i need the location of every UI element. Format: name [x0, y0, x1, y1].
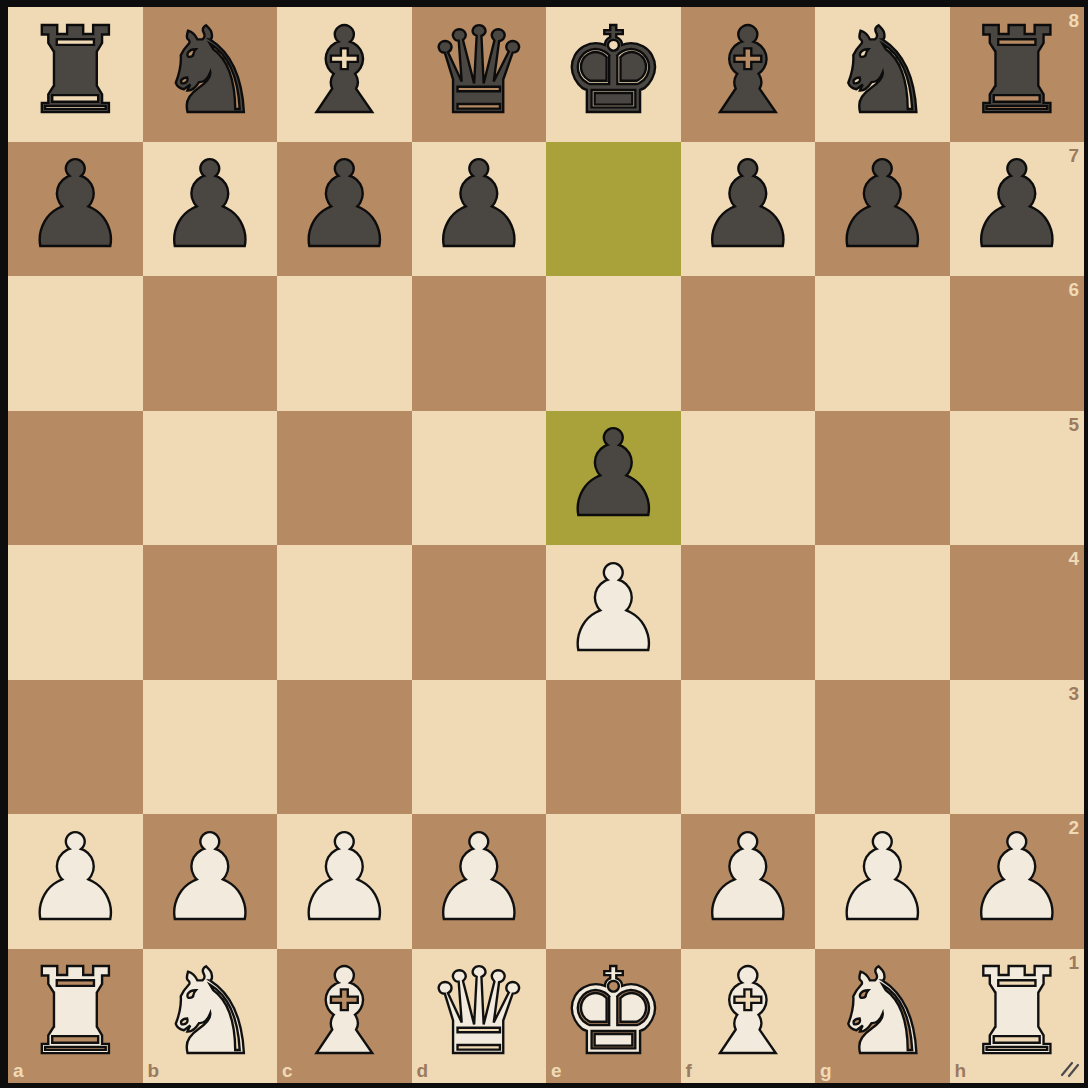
coord-file-f: f — [686, 1061, 692, 1080]
square-b1[interactable]: ♞b — [143, 949, 278, 1084]
square-g3[interactable] — [815, 680, 950, 815]
square-b7[interactable]: ♟ — [143, 142, 278, 277]
coord-file-e: e — [551, 1061, 562, 1080]
piece-black-pawn[interactable]: ♟ — [291, 146, 398, 265]
square-f6[interactable] — [681, 276, 816, 411]
board-frame: ♜♞♝♛♚♝♞♜8♟♟♟♟♟♟♟76♟5♟43♟♟♟♟♟♟♟2♜a♞b♝c♛d♚… — [0, 0, 1088, 1088]
piece-white-pawn[interactable]: ♟ — [291, 819, 398, 938]
chess-board: ♜♞♝♛♚♝♞♜8♟♟♟♟♟♟♟76♟5♟43♟♟♟♟♟♟♟2♜a♞b♝c♛d♚… — [8, 7, 1084, 1083]
piece-white-pawn[interactable]: ♟ — [963, 819, 1070, 938]
square-b5[interactable] — [143, 411, 278, 546]
coord-rank-5: 5 — [1068, 415, 1079, 434]
coord-rank-8: 8 — [1068, 11, 1079, 30]
square-g2[interactable]: ♟ — [815, 814, 950, 949]
piece-white-pawn[interactable]: ♟ — [425, 819, 532, 938]
square-d6[interactable] — [412, 276, 547, 411]
piece-black-pawn[interactable]: ♟ — [156, 146, 263, 265]
square-d3[interactable] — [412, 680, 547, 815]
coord-file-h: h — [955, 1061, 967, 1080]
coord-rank-4: 4 — [1068, 549, 1079, 568]
square-f4[interactable] — [681, 545, 816, 680]
square-a5[interactable] — [8, 411, 143, 546]
square-a3[interactable] — [8, 680, 143, 815]
piece-white-queen[interactable]: ♛ — [425, 953, 532, 1072]
square-h4[interactable]: 4 — [950, 545, 1085, 680]
coord-file-d: d — [417, 1061, 429, 1080]
square-a2[interactable]: ♟ — [8, 814, 143, 949]
piece-white-bishop[interactable]: ♝ — [291, 953, 398, 1072]
piece-white-king[interactable]: ♚ — [560, 953, 667, 1072]
coord-file-a: a — [13, 1061, 24, 1080]
square-c5[interactable] — [277, 411, 412, 546]
square-a1[interactable]: ♜a — [8, 949, 143, 1084]
coord-rank-1: 1 — [1068, 953, 1079, 972]
square-e2[interactable] — [546, 814, 681, 949]
piece-white-knight[interactable]: ♞ — [829, 953, 936, 1072]
square-g4[interactable] — [815, 545, 950, 680]
square-c8[interactable]: ♝ — [277, 7, 412, 142]
piece-white-pawn[interactable]: ♟ — [829, 819, 936, 938]
square-c1[interactable]: ♝c — [277, 949, 412, 1084]
square-d7[interactable]: ♟ — [412, 142, 547, 277]
square-g7[interactable]: ♟ — [815, 142, 950, 277]
square-g8[interactable]: ♞ — [815, 7, 950, 142]
square-h3[interactable]: 3 — [950, 680, 1085, 815]
square-c2[interactable]: ♟ — [277, 814, 412, 949]
square-b8[interactable]: ♞ — [143, 7, 278, 142]
board-resize-handle-icon[interactable] — [1059, 1058, 1081, 1080]
square-d8[interactable]: ♛ — [412, 7, 547, 142]
square-c4[interactable] — [277, 545, 412, 680]
piece-black-knight[interactable]: ♞ — [829, 12, 936, 131]
square-h2[interactable]: ♟2 — [950, 814, 1085, 949]
square-f3[interactable] — [681, 680, 816, 815]
square-e8[interactable]: ♚ — [546, 7, 681, 142]
square-b4[interactable] — [143, 545, 278, 680]
square-e7[interactable] — [546, 142, 681, 277]
square-e6[interactable] — [546, 276, 681, 411]
piece-white-pawn[interactable]: ♟ — [694, 819, 801, 938]
piece-white-pawn[interactable]: ♟ — [156, 819, 263, 938]
square-f8[interactable]: ♝ — [681, 7, 816, 142]
square-c6[interactable] — [277, 276, 412, 411]
piece-black-pawn[interactable]: ♟ — [829, 146, 936, 265]
square-f2[interactable]: ♟ — [681, 814, 816, 949]
square-h8[interactable]: ♜8 — [950, 7, 1085, 142]
piece-white-pawn[interactable]: ♟ — [22, 819, 129, 938]
square-h1[interactable]: ♜h1 — [950, 949, 1085, 1084]
square-a7[interactable]: ♟ — [8, 142, 143, 277]
piece-white-pawn[interactable]: ♟ — [560, 550, 667, 669]
square-c7[interactable]: ♟ — [277, 142, 412, 277]
piece-black-rook[interactable]: ♜ — [963, 12, 1070, 131]
square-d1[interactable]: ♛d — [412, 949, 547, 1084]
square-f5[interactable] — [681, 411, 816, 546]
square-a8[interactable]: ♜ — [8, 7, 143, 142]
coord-rank-7: 7 — [1068, 146, 1079, 165]
square-f1[interactable]: ♝f — [681, 949, 816, 1084]
square-d4[interactable] — [412, 545, 547, 680]
square-h6[interactable]: 6 — [950, 276, 1085, 411]
piece-black-pawn[interactable]: ♟ — [425, 146, 532, 265]
coord-file-c: c — [282, 1061, 293, 1080]
piece-black-bishop[interactable]: ♝ — [291, 12, 398, 131]
square-g5[interactable] — [815, 411, 950, 546]
square-f7[interactable]: ♟ — [681, 142, 816, 277]
square-d2[interactable]: ♟ — [412, 814, 547, 949]
square-b2[interactable]: ♟ — [143, 814, 278, 949]
piece-black-pawn[interactable]: ♟ — [22, 146, 129, 265]
piece-black-knight[interactable]: ♞ — [156, 12, 263, 131]
coord-file-b: b — [148, 1061, 160, 1080]
square-d5[interactable] — [412, 411, 547, 546]
square-e5[interactable]: ♟ — [546, 411, 681, 546]
piece-black-rook[interactable]: ♜ — [22, 12, 129, 131]
piece-white-rook[interactable]: ♜ — [22, 953, 129, 1072]
piece-black-queen[interactable]: ♛ — [425, 12, 532, 131]
square-g1[interactable]: ♞g — [815, 949, 950, 1084]
piece-black-pawn[interactable]: ♟ — [560, 415, 667, 534]
piece-white-rook[interactable]: ♜ — [963, 953, 1070, 1072]
square-a6[interactable] — [8, 276, 143, 411]
coord-rank-2: 2 — [1068, 818, 1079, 837]
square-c3[interactable] — [277, 680, 412, 815]
square-b3[interactable] — [143, 680, 278, 815]
piece-black-king[interactable]: ♚ — [560, 12, 667, 131]
piece-black-pawn[interactable]: ♟ — [963, 146, 1070, 265]
square-e1[interactable]: ♚e — [546, 949, 681, 1084]
coord-rank-6: 6 — [1068, 280, 1079, 299]
square-b6[interactable] — [143, 276, 278, 411]
piece-white-knight[interactable]: ♞ — [156, 953, 263, 1072]
piece-black-bishop[interactable]: ♝ — [694, 12, 801, 131]
coord-file-g: g — [820, 1061, 832, 1080]
square-e3[interactable] — [546, 680, 681, 815]
square-a4[interactable] — [8, 545, 143, 680]
square-g6[interactable] — [815, 276, 950, 411]
piece-white-bishop[interactable]: ♝ — [694, 953, 801, 1072]
piece-black-pawn[interactable]: ♟ — [694, 146, 801, 265]
square-h5[interactable]: 5 — [950, 411, 1085, 546]
coord-rank-3: 3 — [1068, 684, 1079, 703]
square-e4[interactable]: ♟ — [546, 545, 681, 680]
square-h7[interactable]: ♟7 — [950, 142, 1085, 277]
